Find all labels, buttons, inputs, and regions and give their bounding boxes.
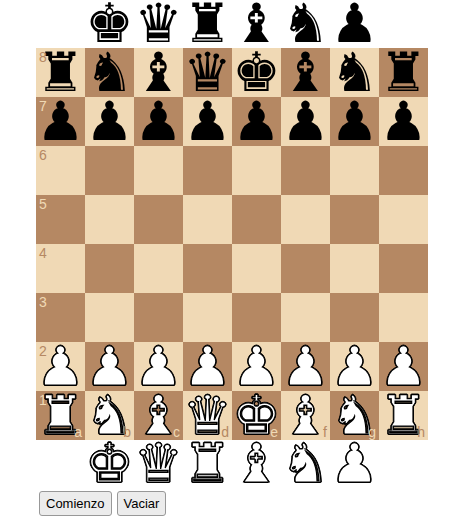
rank-label-6: 6 bbox=[39, 148, 47, 162]
square-d7[interactable]: ♟ bbox=[183, 97, 232, 146]
square-d4[interactable] bbox=[183, 244, 232, 293]
square-a4[interactable]: 4 bbox=[36, 244, 85, 293]
rank-label-4: 4 bbox=[39, 246, 47, 260]
file-label-h: h bbox=[417, 425, 425, 439]
file-label-e: e bbox=[270, 425, 278, 439]
square-g4[interactable] bbox=[330, 244, 379, 293]
rank-label-5: 5 bbox=[39, 197, 47, 211]
square-f7[interactable]: ♟ bbox=[281, 97, 330, 146]
square-a6[interactable]: 6 bbox=[36, 146, 85, 195]
square-g7[interactable]: ♟ bbox=[330, 97, 379, 146]
square-f4[interactable] bbox=[281, 244, 330, 293]
square-c5[interactable] bbox=[134, 195, 183, 244]
square-a1[interactable]: 1a♜ bbox=[36, 391, 85, 440]
chess-board: 8♜♞♝♛♚♝♞♜7♟♟♟♟♟♟♟♟65432♟♟♟♟♟♟♟♟1a♜b♞c♝d♛… bbox=[36, 48, 428, 440]
square-f5[interactable] bbox=[281, 195, 330, 244]
square-c4[interactable] bbox=[134, 244, 183, 293]
start-position-button[interactable]: Comienzo bbox=[39, 491, 112, 516]
black-pawn-piece[interactable]: ♟ bbox=[134, 95, 182, 149]
square-f6[interactable] bbox=[281, 146, 330, 195]
square-f1[interactable]: f♝ bbox=[281, 391, 330, 440]
square-b4[interactable] bbox=[85, 244, 134, 293]
square-g5[interactable] bbox=[330, 195, 379, 244]
spare-white-knight[interactable]: ♞ bbox=[281, 440, 330, 488]
square-a7[interactable]: 7♟ bbox=[36, 97, 85, 146]
rank-label-3: 3 bbox=[39, 295, 47, 309]
black-pawn-piece[interactable]: ♟ bbox=[85, 95, 133, 149]
square-e1[interactable]: e♚ bbox=[232, 391, 281, 440]
spare-white-king[interactable]: ♚ bbox=[85, 440, 134, 488]
square-h5[interactable] bbox=[379, 195, 428, 244]
square-h4[interactable] bbox=[379, 244, 428, 293]
rank-label-8: 8 bbox=[39, 50, 47, 64]
file-label-d: d bbox=[221, 425, 229, 439]
square-b6[interactable] bbox=[85, 146, 134, 195]
black-pawn-piece[interactable]: ♟ bbox=[232, 95, 280, 149]
clear-board-button[interactable]: Vaciar bbox=[117, 491, 167, 516]
square-e7[interactable]: ♟ bbox=[232, 97, 281, 146]
black-pawn-piece[interactable]: ♟ bbox=[379, 95, 427, 149]
spare-pieces-white-tray: ♚♛♜♝♞♟ bbox=[36, 440, 428, 488]
square-b1[interactable]: b♞ bbox=[85, 391, 134, 440]
square-c7[interactable]: ♟ bbox=[134, 97, 183, 146]
spare-white-bishop[interactable]: ♝ bbox=[232, 440, 281, 488]
square-b5[interactable] bbox=[85, 195, 134, 244]
square-h1[interactable]: h♜ bbox=[379, 391, 428, 440]
square-e6[interactable] bbox=[232, 146, 281, 195]
square-c1[interactable]: c♝ bbox=[134, 391, 183, 440]
black-pawn-piece[interactable]: ♟ bbox=[183, 95, 231, 149]
square-d5[interactable] bbox=[183, 195, 232, 244]
spare-white-queen[interactable]: ♛ bbox=[134, 440, 183, 488]
chess-editor-page: ♚♛♜♝♞♟ 8♜♞♝♛♚♝♞♜7♟♟♟♟♟♟♟♟65432♟♟♟♟♟♟♟♟1a… bbox=[0, 0, 476, 532]
square-h7[interactable]: ♟ bbox=[379, 97, 428, 146]
square-e4[interactable] bbox=[232, 244, 281, 293]
file-label-a: a bbox=[74, 425, 82, 439]
square-e5[interactable] bbox=[232, 195, 281, 244]
square-b7[interactable]: ♟ bbox=[85, 97, 134, 146]
black-pawn-piece[interactable]: ♟ bbox=[330, 95, 378, 149]
square-c6[interactable] bbox=[134, 146, 183, 195]
rank-label-7: 7 bbox=[39, 99, 47, 113]
spare-white-pawn[interactable]: ♟ bbox=[330, 440, 379, 488]
file-label-b: b bbox=[123, 425, 131, 439]
square-d1[interactable]: d♛ bbox=[183, 391, 232, 440]
file-label-g: g bbox=[368, 425, 376, 439]
square-a5[interactable]: 5 bbox=[36, 195, 85, 244]
file-label-c: c bbox=[173, 425, 180, 439]
black-pawn-piece[interactable]: ♟ bbox=[281, 95, 329, 149]
spare-white-rook[interactable]: ♜ bbox=[183, 440, 232, 488]
square-g1[interactable]: g♞ bbox=[330, 391, 379, 440]
file-label-f: f bbox=[323, 425, 327, 439]
rank-label-2: 2 bbox=[39, 344, 47, 358]
rank-label-1: 1 bbox=[39, 393, 47, 407]
square-h6[interactable] bbox=[379, 146, 428, 195]
square-d6[interactable] bbox=[183, 146, 232, 195]
square-g6[interactable] bbox=[330, 146, 379, 195]
